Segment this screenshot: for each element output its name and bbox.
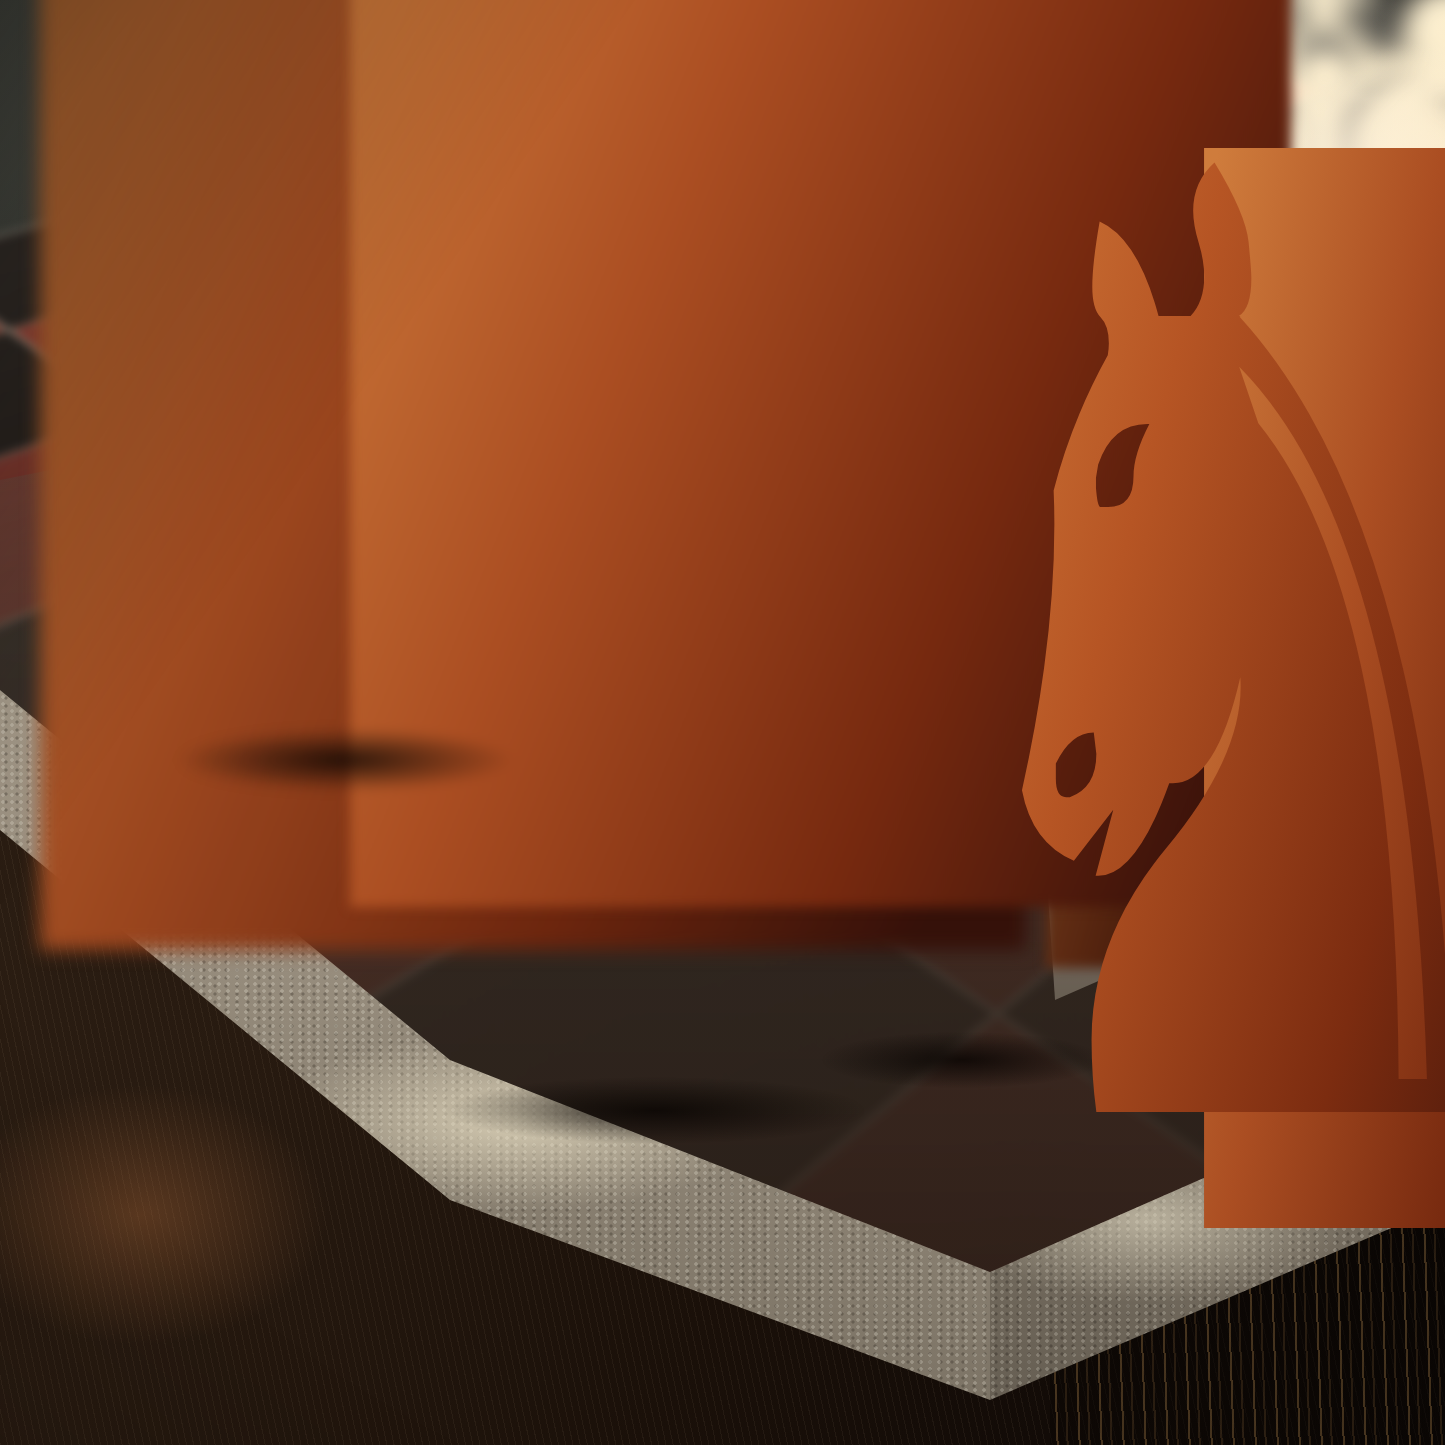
black-bishop-shadow — [105, 715, 585, 805]
black-knight-shadow — [355, 1063, 955, 1158]
chess-photo-scene: ♝ ♛ ♚ ♝ ♞ ♜ ♟ ♟ ♟ ♟ ♚ ♝ ♟ ♜ ♞ — [0, 0, 1445, 1445]
black-knight-glyph: ♞ — [900, 12, 1445, 1312]
